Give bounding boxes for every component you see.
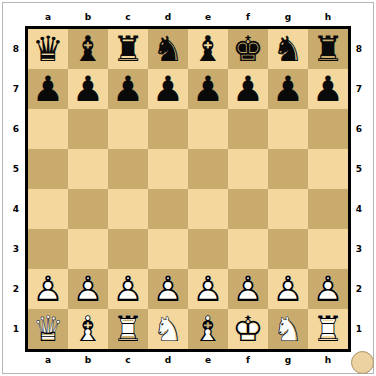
square-d3[interactable]: [148, 229, 188, 269]
piece-white-rook[interactable]: ♜♖: [308, 309, 348, 349]
square-c8[interactable]: ♜: [108, 29, 148, 69]
square-a8[interactable]: ♛: [28, 29, 68, 69]
chess-board: ♛♝♜♞♝♚♞♜♟♟♟♟♟♟♟♟♟♙♟♙♟♙♟♙♟♙♟♙♟♙♟♙♛♕♝♗♜♖♞♘…: [25, 26, 351, 352]
square-h1[interactable]: ♜♖: [308, 309, 348, 349]
piece-outline: ♙: [148, 269, 188, 309]
rank-label-1: 1: [352, 309, 366, 349]
square-a3[interactable]: [28, 229, 68, 269]
square-f6[interactable]: [228, 109, 268, 149]
piece-fill: ♟: [268, 69, 308, 109]
piece-black-pawn[interactable]: ♟: [188, 69, 228, 109]
piece-black-pawn[interactable]: ♟: [308, 69, 348, 109]
square-a4[interactable]: [28, 189, 68, 229]
rank-label-5: 5: [9, 149, 23, 189]
square-f8[interactable]: ♚: [228, 29, 268, 69]
piece-black-knight[interactable]: ♞: [268, 29, 308, 69]
piece-white-bishop[interactable]: ♝♗: [68, 309, 108, 349]
piece-fill: ♟: [28, 69, 68, 109]
piece-fill: ♜: [308, 29, 348, 69]
square-d8[interactable]: ♞: [148, 29, 188, 69]
square-f3[interactable]: [228, 229, 268, 269]
piece-black-pawn[interactable]: ♟: [68, 69, 108, 109]
square-b3[interactable]: [68, 229, 108, 269]
file-label-d: d: [148, 10, 188, 24]
rank-label-6: 6: [9, 109, 23, 149]
piece-outline: ♙: [228, 269, 268, 309]
square-c1[interactable]: ♜♖: [108, 309, 148, 349]
piece-fill: ♜: [108, 29, 148, 69]
piece-white-queen[interactable]: ♛♕: [28, 309, 68, 349]
file-labels-bottom: abcdefgh: [28, 353, 348, 367]
file-label-h: h: [308, 353, 348, 367]
piece-outline: ♖: [108, 309, 148, 349]
square-e3[interactable]: [188, 229, 228, 269]
piece-white-bishop[interactable]: ♝♗: [188, 309, 228, 349]
square-g6[interactable]: [268, 109, 308, 149]
piece-black-pawn[interactable]: ♟: [108, 69, 148, 109]
piece-white-rook[interactable]: ♜♖: [108, 309, 148, 349]
piece-fill: ♚: [228, 29, 268, 69]
piece-fill: ♟: [108, 69, 148, 109]
file-label-e: e: [188, 353, 228, 367]
piece-outline: ♙: [268, 269, 308, 309]
piece-fill: ♟: [188, 69, 228, 109]
file-label-b: b: [68, 10, 108, 24]
square-f4[interactable]: [228, 189, 268, 229]
file-label-g: g: [268, 10, 308, 24]
square-b2[interactable]: ♟♙: [68, 269, 108, 309]
piece-black-pawn[interactable]: ♟: [228, 69, 268, 109]
square-d1[interactable]: ♞♘: [148, 309, 188, 349]
piece-outline: ♔: [228, 309, 268, 349]
piece-black-rook[interactable]: ♜: [308, 29, 348, 69]
square-h3[interactable]: [308, 229, 348, 269]
piece-white-pawn[interactable]: ♟♙: [28, 269, 68, 309]
square-h4[interactable]: [308, 189, 348, 229]
file-label-e: e: [188, 10, 228, 24]
turn-indicator: [351, 351, 374, 374]
rank-label-8: 8: [352, 29, 366, 69]
file-label-h: h: [308, 10, 348, 24]
piece-fill: ♛: [28, 29, 68, 69]
piece-fill: ♟: [148, 69, 188, 109]
file-label-b: b: [68, 353, 108, 367]
square-a6[interactable]: [28, 109, 68, 149]
piece-outline: ♗: [188, 309, 228, 349]
piece-outline: ♘: [148, 309, 188, 349]
file-label-c: c: [108, 353, 148, 367]
square-a2[interactable]: ♟♙: [28, 269, 68, 309]
piece-outline: ♙: [68, 269, 108, 309]
square-b7[interactable]: ♟: [68, 69, 108, 109]
piece-fill: ♟: [228, 69, 268, 109]
square-d5[interactable]: [148, 149, 188, 189]
square-g7[interactable]: ♟: [268, 69, 308, 109]
square-b5[interactable]: [68, 149, 108, 189]
square-g1[interactable]: ♞♘: [268, 309, 308, 349]
piece-outline: ♙: [28, 269, 68, 309]
rank-label-1: 1: [9, 309, 23, 349]
file-label-f: f: [228, 353, 268, 367]
file-labels-top: abcdefgh: [28, 10, 348, 24]
square-d2[interactable]: ♟♙: [148, 269, 188, 309]
rank-label-7: 7: [352, 69, 366, 109]
piece-white-pawn[interactable]: ♟♙: [268, 269, 308, 309]
square-d6[interactable]: [148, 109, 188, 149]
square-g4[interactable]: [268, 189, 308, 229]
piece-white-pawn[interactable]: ♟♙: [308, 269, 348, 309]
square-c2[interactable]: ♟♙: [108, 269, 148, 309]
piece-white-pawn[interactable]: ♟♙: [188, 269, 228, 309]
piece-white-pawn[interactable]: ♟♙: [68, 269, 108, 309]
rank-label-4: 4: [9, 189, 23, 229]
file-label-c: c: [108, 10, 148, 24]
piece-black-bishop[interactable]: ♝: [68, 29, 108, 69]
square-b4[interactable]: [68, 189, 108, 229]
piece-outline: ♙: [308, 269, 348, 309]
rank-label-2: 2: [9, 269, 23, 309]
piece-fill: ♟: [308, 69, 348, 109]
rank-labels-right: 87654321: [352, 29, 366, 349]
piece-white-knight[interactable]: ♞♘: [148, 309, 188, 349]
square-h5[interactable]: [308, 149, 348, 189]
file-label-g: g: [268, 353, 308, 367]
square-b8[interactable]: ♝: [68, 29, 108, 69]
square-c4[interactable]: [108, 189, 148, 229]
square-h2[interactable]: ♟♙: [308, 269, 348, 309]
square-d7[interactable]: ♟: [148, 69, 188, 109]
piece-outline: ♙: [108, 269, 148, 309]
square-f5[interactable]: [228, 149, 268, 189]
piece-fill: ♝: [188, 29, 228, 69]
piece-black-knight[interactable]: ♞: [148, 29, 188, 69]
piece-outline: ♙: [188, 269, 228, 309]
piece-black-queen[interactable]: ♛: [28, 29, 68, 69]
piece-outline: ♖: [308, 309, 348, 349]
piece-white-pawn[interactable]: ♟♙: [108, 269, 148, 309]
piece-white-pawn[interactable]: ♟♙: [148, 269, 188, 309]
square-d4[interactable]: [148, 189, 188, 229]
piece-fill: ♝: [68, 29, 108, 69]
rank-label-3: 3: [352, 229, 366, 269]
square-f2[interactable]: ♟♙: [228, 269, 268, 309]
square-h7[interactable]: ♟: [308, 69, 348, 109]
piece-black-bishop[interactable]: ♝: [188, 29, 228, 69]
square-a5[interactable]: [28, 149, 68, 189]
square-c7[interactable]: ♟: [108, 69, 148, 109]
piece-white-knight[interactable]: ♞♘: [268, 309, 308, 349]
piece-outline: ♗: [68, 309, 108, 349]
square-e7[interactable]: ♟: [188, 69, 228, 109]
rank-label-4: 4: [352, 189, 366, 229]
file-label-a: a: [28, 353, 68, 367]
square-e8[interactable]: ♝: [188, 29, 228, 69]
rank-label-7: 7: [9, 69, 23, 109]
square-a1[interactable]: ♛♕: [28, 309, 68, 349]
rank-label-6: 6: [352, 109, 366, 149]
square-b6[interactable]: [68, 109, 108, 149]
piece-fill: ♞: [148, 29, 188, 69]
rank-label-5: 5: [352, 149, 366, 189]
piece-black-pawn[interactable]: ♟: [28, 69, 68, 109]
piece-black-pawn[interactable]: ♟: [268, 69, 308, 109]
piece-outline: ♕: [28, 309, 68, 349]
piece-white-king[interactable]: ♚♔: [228, 309, 268, 349]
square-g8[interactable]: ♞: [268, 29, 308, 69]
square-c6[interactable]: [108, 109, 148, 149]
square-e2[interactable]: ♟♙: [188, 269, 228, 309]
rank-labels-left: 87654321: [9, 29, 23, 349]
piece-black-king[interactable]: ♚: [228, 29, 268, 69]
square-e1[interactable]: ♝♗: [188, 309, 228, 349]
piece-black-pawn[interactable]: ♟: [148, 69, 188, 109]
file-label-f: f: [228, 10, 268, 24]
square-g2[interactable]: ♟♙: [268, 269, 308, 309]
rank-label-3: 3: [9, 229, 23, 269]
square-g3[interactable]: [268, 229, 308, 269]
square-h8[interactable]: ♜: [308, 29, 348, 69]
file-label-a: a: [28, 10, 68, 24]
piece-black-rook[interactable]: ♜: [108, 29, 148, 69]
square-b1[interactable]: ♝♗: [68, 309, 108, 349]
square-e5[interactable]: [188, 149, 228, 189]
square-h6[interactable]: [308, 109, 348, 149]
square-f7[interactable]: ♟: [228, 69, 268, 109]
square-e4[interactable]: [188, 189, 228, 229]
square-e6[interactable]: [188, 109, 228, 149]
file-label-d: d: [148, 353, 188, 367]
square-f1[interactable]: ♚♔: [228, 309, 268, 349]
piece-fill: ♞: [268, 29, 308, 69]
square-g5[interactable]: [268, 149, 308, 189]
piece-fill: ♟: [68, 69, 108, 109]
square-a7[interactable]: ♟: [28, 69, 68, 109]
square-c3[interactable]: [108, 229, 148, 269]
piece-outline: ♘: [268, 309, 308, 349]
rank-label-8: 8: [9, 29, 23, 69]
piece-white-pawn[interactable]: ♟♙: [228, 269, 268, 309]
rank-label-2: 2: [352, 269, 366, 309]
square-c5[interactable]: [108, 149, 148, 189]
